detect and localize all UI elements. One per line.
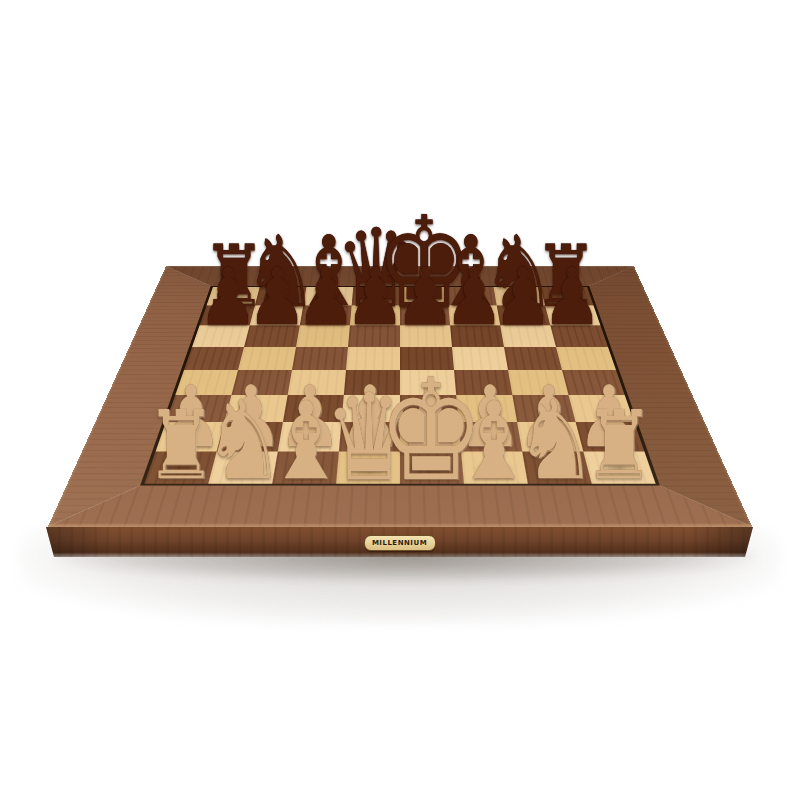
square-f3 — [456, 395, 517, 422]
square-h4 — [562, 370, 625, 395]
square-f7 — [448, 305, 500, 325]
square-d3 — [341, 395, 400, 422]
playing-area-grid — [144, 287, 655, 484]
square-h1 — [583, 452, 655, 484]
square-d6 — [348, 325, 400, 346]
square-h7 — [545, 305, 600, 325]
square-h6 — [550, 325, 608, 346]
square-e3 — [400, 395, 459, 422]
square-c1 — [272, 452, 339, 484]
square-e6 — [400, 325, 452, 346]
square-d8 — [352, 287, 400, 306]
square-c6 — [296, 325, 350, 346]
square-d5 — [346, 347, 400, 370]
square-h8 — [540, 287, 593, 306]
square-e5 — [400, 347, 454, 370]
square-b6 — [244, 325, 300, 346]
square-c4 — [288, 370, 346, 395]
square-e8 — [400, 287, 448, 306]
square-g5 — [504, 347, 562, 370]
square-g8 — [494, 287, 546, 306]
square-b4 — [231, 370, 292, 395]
square-c3 — [283, 395, 344, 422]
square-a5 — [184, 347, 244, 370]
square-b8 — [255, 287, 307, 306]
brand-plaque: MILLENNIUM — [364, 535, 436, 551]
square-d7 — [350, 305, 400, 325]
square-f2 — [459, 422, 523, 451]
square-c5 — [292, 347, 348, 370]
square-e1 — [400, 452, 464, 484]
square-g6 — [500, 325, 556, 346]
square-e4 — [400, 370, 456, 395]
square-f1 — [461, 452, 528, 484]
square-d4 — [344, 370, 400, 395]
square-c7 — [300, 305, 352, 325]
square-f6 — [450, 325, 504, 346]
square-f4 — [454, 370, 512, 395]
product-photo-stage: MILLENNIUM ♜♞♝♛♚♝♞♜♟♟♟♟♟♟♟♟♟♟♟♟♟♟♟♟♜♞♝♛♚… — [0, 0, 800, 800]
square-f8 — [447, 287, 497, 306]
square-g2 — [517, 422, 583, 451]
square-h2 — [576, 422, 645, 451]
square-d2 — [339, 422, 400, 451]
square-a3 — [166, 395, 232, 422]
square-b2 — [217, 422, 283, 451]
square-g7 — [497, 305, 551, 325]
square-a1 — [144, 452, 216, 484]
square-f5 — [452, 347, 508, 370]
square-c2 — [278, 422, 342, 451]
square-b1 — [208, 452, 278, 484]
square-b3 — [224, 395, 287, 422]
square-c8 — [303, 287, 353, 306]
square-g4 — [508, 370, 569, 395]
square-a7 — [200, 305, 255, 325]
square-g3 — [512, 395, 575, 422]
brand-label: MILLENNIUM — [372, 540, 427, 547]
square-h3 — [569, 395, 635, 422]
square-a6 — [192, 325, 250, 346]
square-e2 — [400, 422, 461, 451]
square-d1 — [336, 452, 400, 484]
square-b7 — [250, 305, 304, 325]
square-a2 — [156, 422, 225, 451]
square-g1 — [522, 452, 592, 484]
square-a8 — [206, 287, 259, 306]
chess-board — [48, 266, 752, 526]
board-front-edge: MILLENNIUM — [46, 526, 753, 557]
square-e7 — [400, 305, 450, 325]
square-b5 — [238, 347, 296, 370]
square-a4 — [175, 370, 238, 395]
square-h5 — [556, 347, 616, 370]
